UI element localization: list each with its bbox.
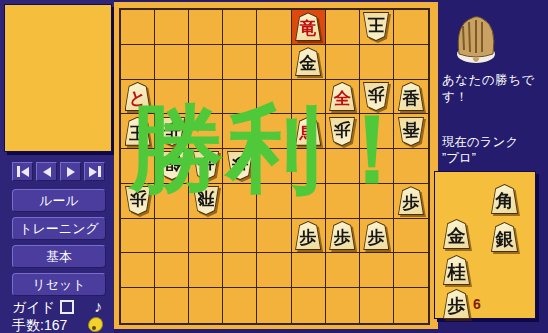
board-cell-r8c5[interactable] bbox=[257, 253, 291, 288]
board-cell-r5c5[interactable] bbox=[257, 149, 291, 184]
piece-glyph: 飛 bbox=[197, 187, 214, 209]
board-cell-r9c6[interactable] bbox=[292, 288, 326, 323]
board-cell-r2c8[interactable] bbox=[360, 45, 394, 80]
board-cell-r4c2[interactable]: 歩 bbox=[155, 114, 189, 149]
shogi-piece-銀[interactable]: 銀 bbox=[491, 222, 518, 252]
board-cell-r9c5[interactable] bbox=[257, 288, 291, 323]
board-cell-r4c4[interactable] bbox=[223, 114, 257, 149]
shogi-piece-歩[interactable]: 歩 bbox=[329, 221, 355, 250]
board-cell-r3c3[interactable] bbox=[189, 80, 223, 115]
board-cell-r2c1[interactable] bbox=[121, 45, 155, 80]
shogi-piece-銀-down[interactable]: 銀 bbox=[159, 151, 185, 180]
piece-glyph: 歩 bbox=[197, 152, 214, 174]
board-cell-r1c7[interactable] bbox=[326, 10, 360, 45]
shogi-piece-桂[interactable]: 桂 bbox=[443, 255, 470, 285]
piece-glyph: 香 bbox=[402, 88, 419, 110]
shogi-piece-全[interactable]: 全 bbox=[329, 82, 355, 111]
prev-move-button[interactable] bbox=[36, 162, 57, 181]
move-counter-value: 167 bbox=[44, 317, 67, 333]
board-cell-r2c7[interactable] bbox=[326, 45, 360, 80]
board-cell-r3c2[interactable] bbox=[155, 80, 189, 115]
board-cell-r5c6[interactable] bbox=[292, 149, 326, 184]
board-cell-r3c4[interactable] bbox=[223, 80, 257, 115]
first-move-icon bbox=[17, 166, 20, 177]
board-cell-r8c9[interactable] bbox=[394, 253, 428, 288]
board-cell-r7c3[interactable] bbox=[189, 219, 223, 254]
win-message: あなたの勝ちです！ bbox=[442, 72, 546, 106]
piece-glyph: 馬 bbox=[300, 123, 317, 145]
piece-glyph: 歩 bbox=[334, 227, 351, 249]
board-cell-r4c5[interactable] bbox=[257, 114, 291, 149]
board-cell-r8c1[interactable] bbox=[121, 253, 155, 288]
shogi-piece-馬[interactable]: 馬 bbox=[295, 117, 321, 146]
board-cell-r5c3[interactable]: 歩 bbox=[189, 149, 223, 184]
board-cell-r7c8[interactable]: 歩 bbox=[360, 219, 394, 254]
piece-glyph: 竜 bbox=[300, 18, 317, 40]
board-cell-r1c1[interactable] bbox=[121, 10, 155, 45]
board-cell-r1c8[interactable]: 王 bbox=[360, 10, 394, 45]
board-cell-r6c5[interactable] bbox=[257, 184, 291, 219]
board-cell-r2c2[interactable] bbox=[155, 45, 189, 80]
board-cell-r2c3[interactable] bbox=[189, 45, 223, 80]
board-cell-r9c8[interactable] bbox=[360, 288, 394, 323]
board-cell-r3c7[interactable]: 全 bbox=[326, 80, 360, 115]
shogi-piece-歩-down[interactable]: 歩 bbox=[125, 186, 151, 215]
board-cell-r2c6[interactable]: 金 bbox=[292, 45, 326, 80]
shogi-board-panel: 竜王金と全歩香玉歩馬歩香銀歩歩歩飛歩歩歩歩 bbox=[114, 2, 438, 329]
piece-glyph: 全 bbox=[334, 88, 351, 110]
piece-glyph: 金 bbox=[300, 53, 317, 75]
piece-glyph: 角 bbox=[496, 190, 514, 213]
board-cell-r1c9[interactable] bbox=[394, 10, 428, 45]
board-cell-r7c7[interactable]: 歩 bbox=[326, 219, 360, 254]
board-cell-r9c2[interactable] bbox=[155, 288, 189, 323]
piece-glyph: 香 bbox=[402, 118, 419, 140]
shogi-app: { "game": "shogi", "app": "komao-style s… bbox=[0, 0, 548, 333]
board-cell-r4c8[interactable] bbox=[360, 114, 394, 149]
last-move-button[interactable] bbox=[84, 162, 105, 181]
rank-label: 現在のランク bbox=[442, 134, 518, 151]
hand-slot-金: 金 bbox=[443, 219, 470, 249]
piece-glyph: 銀 bbox=[163, 152, 180, 174]
next-move-button[interactable] bbox=[60, 162, 81, 181]
yellow-drop-icon bbox=[88, 317, 103, 332]
shogi-piece-飛-down[interactable]: 飛 bbox=[193, 186, 219, 215]
board-cell-r6c2[interactable] bbox=[155, 184, 189, 219]
playback-controls bbox=[12, 162, 106, 181]
piece-glyph: 歩 bbox=[334, 118, 351, 140]
board-cell-r5c2[interactable]: 銀 bbox=[155, 149, 189, 184]
board-cell-r7c2[interactable] bbox=[155, 219, 189, 254]
piece-glyph: 歩 bbox=[368, 227, 385, 249]
basic-button[interactable]: 基本 bbox=[12, 245, 106, 268]
board-cell-r9c3[interactable] bbox=[189, 288, 223, 323]
board-cell-r4c6[interactable]: 馬 bbox=[292, 114, 326, 149]
board-cell-r3c8[interactable]: 歩 bbox=[360, 80, 394, 115]
board-cell-r1c3[interactable] bbox=[189, 10, 223, 45]
shogi-piece-王-down[interactable]: 王 bbox=[363, 12, 389, 41]
reset-button[interactable]: リセット bbox=[12, 273, 106, 296]
board-cell-r7c4[interactable] bbox=[223, 219, 257, 254]
shogi-piece-歩[interactable]: 歩 bbox=[398, 186, 424, 215]
board-cell-r6c1[interactable]: 歩 bbox=[121, 184, 155, 219]
piece-glyph: 歩 bbox=[300, 227, 317, 249]
guide-row: ガイド ♪ bbox=[12, 299, 106, 316]
move-counter: 手数:167 bbox=[12, 317, 112, 333]
board-cell-r3c5[interactable] bbox=[257, 80, 291, 115]
board-cell-r8c2[interactable] bbox=[155, 253, 189, 288]
piece-glyph: 銀 bbox=[496, 228, 514, 251]
shogi-piece-金[interactable]: 金 bbox=[295, 47, 321, 76]
piece-glyph: 歩 bbox=[163, 118, 180, 140]
board-cell-r2c9[interactable] bbox=[394, 45, 428, 80]
piece-glyph: 金 bbox=[448, 225, 466, 248]
shogi-piece-角[interactable]: 角 bbox=[491, 184, 518, 214]
board-cell-r9c4[interactable] bbox=[223, 288, 257, 323]
board-cell-r6c4[interactable] bbox=[223, 184, 257, 219]
board-cell-r9c7[interactable] bbox=[326, 288, 360, 323]
piece-glyph: 歩 bbox=[448, 295, 466, 318]
piece-glyph: 歩 bbox=[402, 192, 419, 214]
piece-glyph: 歩 bbox=[231, 152, 248, 174]
guide-checkbox[interactable] bbox=[60, 300, 74, 314]
shogi-piece-歩-down[interactable]: 歩 bbox=[193, 151, 219, 180]
hand-slot-歩: 歩 bbox=[443, 289, 470, 319]
piece-glyph: 歩 bbox=[368, 83, 385, 105]
board-cell-r8c7[interactable] bbox=[326, 253, 360, 288]
shogi-piece-香[interactable]: 香 bbox=[398, 82, 424, 111]
shogi-piece-歩-down[interactable]: 歩 bbox=[363, 82, 389, 111]
shogi-piece-歩[interactable]: 歩 bbox=[295, 221, 321, 250]
board-cell-r7c5[interactable] bbox=[257, 219, 291, 254]
next-move-icon bbox=[67, 167, 75, 177]
shogi-piece-歩-down[interactable]: 歩 bbox=[227, 151, 253, 180]
board-cell-r5c9[interactable] bbox=[394, 149, 428, 184]
board-cell-r2c4[interactable] bbox=[223, 45, 257, 80]
opponent-piece-bag-icon bbox=[450, 10, 504, 66]
pawn-count: 6 bbox=[473, 296, 481, 312]
board-cell-r6c8[interactable] bbox=[360, 184, 394, 219]
board-cell-r5c7[interactable] bbox=[326, 149, 360, 184]
piece-glyph: 歩 bbox=[129, 187, 146, 209]
move-counter-label: 手数: bbox=[12, 317, 44, 333]
board-cell-r6c7[interactable] bbox=[326, 184, 360, 219]
board-cell-r4c1[interactable]: 玉 bbox=[121, 114, 155, 149]
captured-pieces-tray: 角金銀桂歩6 bbox=[434, 171, 536, 319]
board-cell-r1c6[interactable]: 竜 bbox=[292, 10, 326, 45]
shogi-piece-金[interactable]: 金 bbox=[443, 219, 470, 249]
hand-slot-角: 角 bbox=[491, 184, 518, 214]
rank-value: ”プロ” bbox=[442, 150, 476, 167]
board-cell-r4c7[interactable]: 歩 bbox=[326, 114, 360, 149]
guide-label: ガイド bbox=[12, 299, 55, 317]
rule-button[interactable]: ルール bbox=[12, 189, 106, 212]
shogi-piece-歩[interactable]: 歩 bbox=[443, 289, 470, 319]
board-cell-r5c4[interactable]: 歩 bbox=[223, 149, 257, 184]
board-cell-r4c9[interactable]: 香 bbox=[394, 114, 428, 149]
board-cell-r7c9[interactable] bbox=[394, 219, 428, 254]
shogi-board-grid: 竜王金と全歩香玉歩馬歩香銀歩歩歩飛歩歩歩歩 bbox=[119, 8, 430, 325]
shogi-piece-歩-down[interactable]: 歩 bbox=[159, 117, 185, 146]
board-cell-r1c5[interactable] bbox=[257, 10, 291, 45]
shogi-piece-玉[interactable]: 玉 bbox=[125, 117, 151, 146]
message-panel bbox=[4, 4, 112, 152]
board-cell-r3c9[interactable]: 香 bbox=[394, 80, 428, 115]
piece-glyph: 玉 bbox=[129, 123, 146, 145]
board-cell-r5c8[interactable] bbox=[360, 149, 394, 184]
board-cell-r7c1[interactable] bbox=[121, 219, 155, 254]
board-cell-r4c3[interactable] bbox=[189, 114, 223, 149]
hand-slot-銀: 銀 bbox=[491, 222, 518, 252]
board-cell-r3c1[interactable]: と bbox=[121, 80, 155, 115]
board-cell-r5c1[interactable] bbox=[121, 149, 155, 184]
board-cell-r9c1[interactable] bbox=[121, 288, 155, 323]
board-cell-r6c9[interactable]: 歩 bbox=[394, 184, 428, 219]
piece-glyph: 桂 bbox=[448, 261, 466, 284]
board-cell-r1c4[interactable] bbox=[223, 10, 257, 45]
board-cell-r2c5[interactable] bbox=[257, 45, 291, 80]
piece-glyph: 王 bbox=[368, 13, 385, 35]
hand-slot-桂: 桂 bbox=[443, 255, 470, 285]
board-cell-r6c6[interactable] bbox=[292, 184, 326, 219]
shogi-piece-香-down[interactable]: 香 bbox=[398, 117, 424, 146]
board-cell-r6c3[interactable]: 飛 bbox=[189, 184, 223, 219]
board-cell-r8c3[interactable] bbox=[189, 253, 223, 288]
board-cell-r9c9[interactable] bbox=[394, 288, 428, 323]
shogi-piece-歩[interactable]: 歩 bbox=[363, 221, 389, 250]
first-move-button[interactable] bbox=[12, 162, 33, 181]
left-sidebar: ルール トレーニング 基本 リセット ガイド ♪ 手数:167 bbox=[0, 0, 114, 333]
board-cell-r8c4[interactable] bbox=[223, 253, 257, 288]
board-cell-r8c6[interactable] bbox=[292, 253, 326, 288]
board-cell-r8c8[interactable] bbox=[360, 253, 394, 288]
shogi-piece-と[interactable]: と bbox=[125, 82, 151, 111]
right-panel: あなたの勝ちです！ 現在のランク ”プロ” 角金銀桂歩6 bbox=[438, 0, 548, 333]
prev-move-icon bbox=[43, 167, 51, 177]
music-note-icon[interactable]: ♪ bbox=[94, 298, 102, 316]
board-cell-r7c6[interactable]: 歩 bbox=[292, 219, 326, 254]
board-cell-r3c6[interactable] bbox=[292, 80, 326, 115]
shogi-piece-歩-down[interactable]: 歩 bbox=[329, 117, 355, 146]
training-button[interactable]: トレーニング bbox=[12, 217, 106, 240]
piece-glyph: と bbox=[129, 88, 146, 110]
last-move-icon bbox=[89, 167, 97, 177]
board-cell-r1c2[interactable] bbox=[155, 10, 189, 45]
shogi-piece-竜[interactable]: 竜 bbox=[295, 12, 321, 41]
